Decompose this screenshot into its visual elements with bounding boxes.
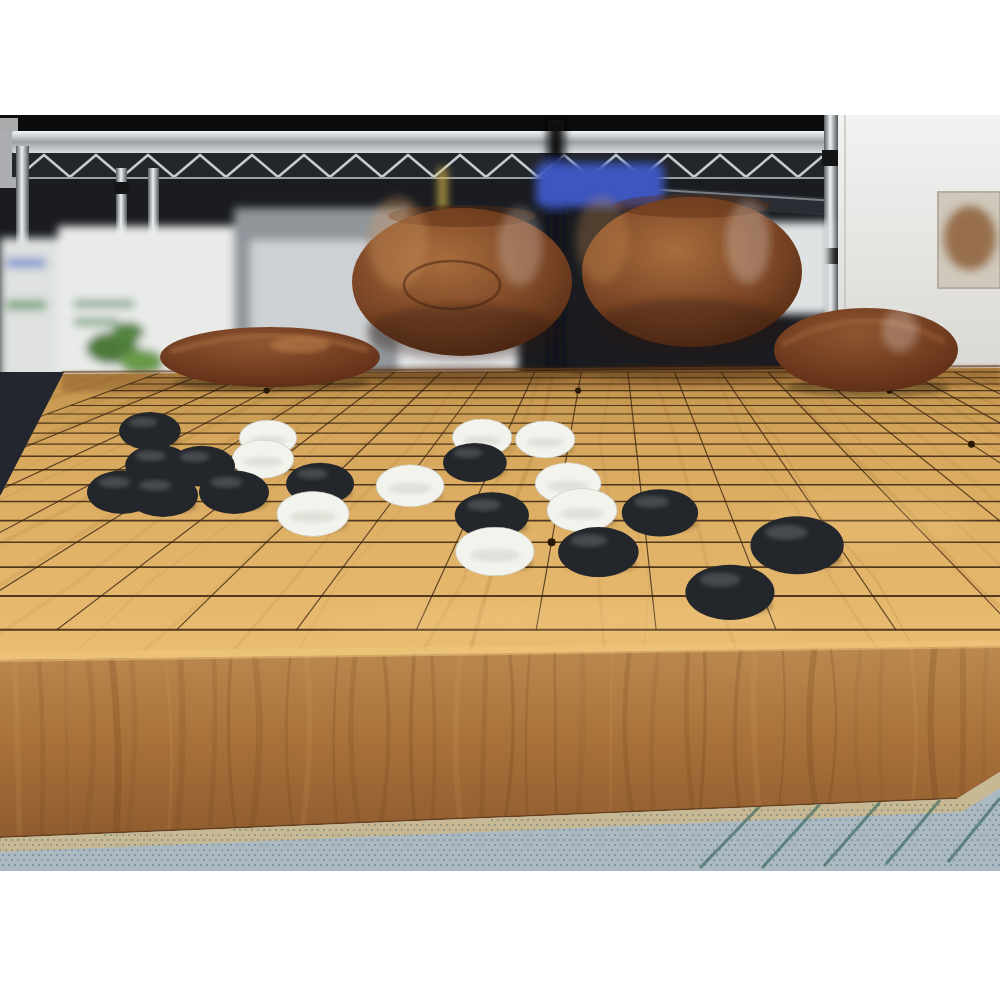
black-stone-lr: ● (679, 544, 781, 628)
shelf-top-rail (12, 131, 838, 153)
bowl-right-highlight (726, 200, 770, 284)
stone-highlight (139, 480, 171, 491)
stone-highlight (765, 525, 807, 540)
plant-leaves-3 (112, 322, 144, 342)
stone-glyph: ● (552, 508, 644, 585)
mirror-reflection (944, 206, 996, 270)
bowl-right-base-shadow (595, 298, 785, 354)
styrofoam-text-1 (74, 300, 134, 308)
wall-mirror-frame (938, 192, 1000, 288)
stone-underside-shade (526, 438, 564, 448)
carton-label-green (6, 300, 46, 310)
bowl-lid-right (774, 308, 958, 392)
bowl-lid-left (160, 327, 380, 387)
go-bowl-right (576, 194, 802, 354)
carton-label-blue (6, 258, 46, 268)
go-photo-canvas: ●●●●●●●●●●●●●●●●●●●●●● (0, 0, 1000, 1000)
stone-underside-shade (290, 511, 336, 523)
black-stone-en: ● (123, 457, 203, 523)
black-stone-jq: ● (552, 508, 644, 585)
pole-collar-1 (822, 150, 840, 166)
stone-highlight (453, 448, 482, 458)
stone-highlight (571, 534, 607, 547)
goban-photo: ●●●●●●●●●●●●●●●●●●●●●● (0, 115, 1000, 871)
stone-glyph: ● (679, 544, 781, 628)
white-stone-go: ● (272, 474, 354, 543)
stone-glyph: ● (194, 454, 274, 520)
bowl-left-base-shadow (367, 304, 557, 360)
stone-highlight (634, 496, 669, 508)
bowl-right-sheen (576, 196, 628, 284)
white-stone-iq: ● (450, 510, 540, 584)
star-point (575, 387, 581, 393)
stone-glyph: ● (450, 510, 540, 584)
yellow-item (438, 168, 447, 210)
star-point (968, 441, 975, 448)
lid-right-highlight (882, 308, 918, 352)
stone-underside-shade (388, 483, 432, 495)
white-stone-hm: ● (371, 448, 449, 512)
bowl-left-sheen (368, 196, 428, 288)
stone-highlight (210, 477, 242, 488)
stone-glyph: ● (371, 448, 449, 512)
stone-glyph: ● (272, 474, 354, 543)
stone-underside-shade (470, 549, 520, 562)
black-stone-fn: ● (194, 454, 274, 520)
stone-highlight (129, 417, 157, 427)
pole-collar-3 (114, 182, 129, 194)
stone-glyph: ● (123, 457, 203, 523)
bowl-left-highlight (498, 206, 542, 286)
lid-left-highlight (270, 337, 330, 353)
styrofoam-text-2 (74, 318, 118, 326)
stone-highlight (700, 573, 740, 587)
